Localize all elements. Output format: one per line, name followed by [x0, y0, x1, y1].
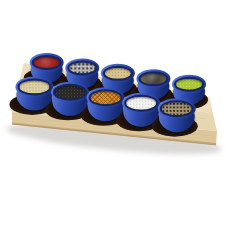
cream-sponge-surface [19, 80, 49, 93]
orange-mesh-grid-surface [91, 91, 121, 104]
dark-red-smooth-surface [34, 56, 60, 67]
black-fur-surface [55, 85, 85, 98]
pot-slot [159, 103, 195, 130]
pot-metal-mesh-dots[interactable] [153, 101, 201, 132]
lime-green-felt-surface [176, 78, 202, 89]
white-crystals-surface [126, 96, 156, 109]
beige-sand-surface [105, 67, 131, 78]
grey-sandpaper-surface [140, 73, 166, 84]
product-photo [0, 0, 228, 228]
metal-mesh-dots-surface [162, 102, 192, 115]
blue-pot[interactable] [158, 98, 196, 132]
silver-glitter-mesh-surface [69, 62, 95, 73]
